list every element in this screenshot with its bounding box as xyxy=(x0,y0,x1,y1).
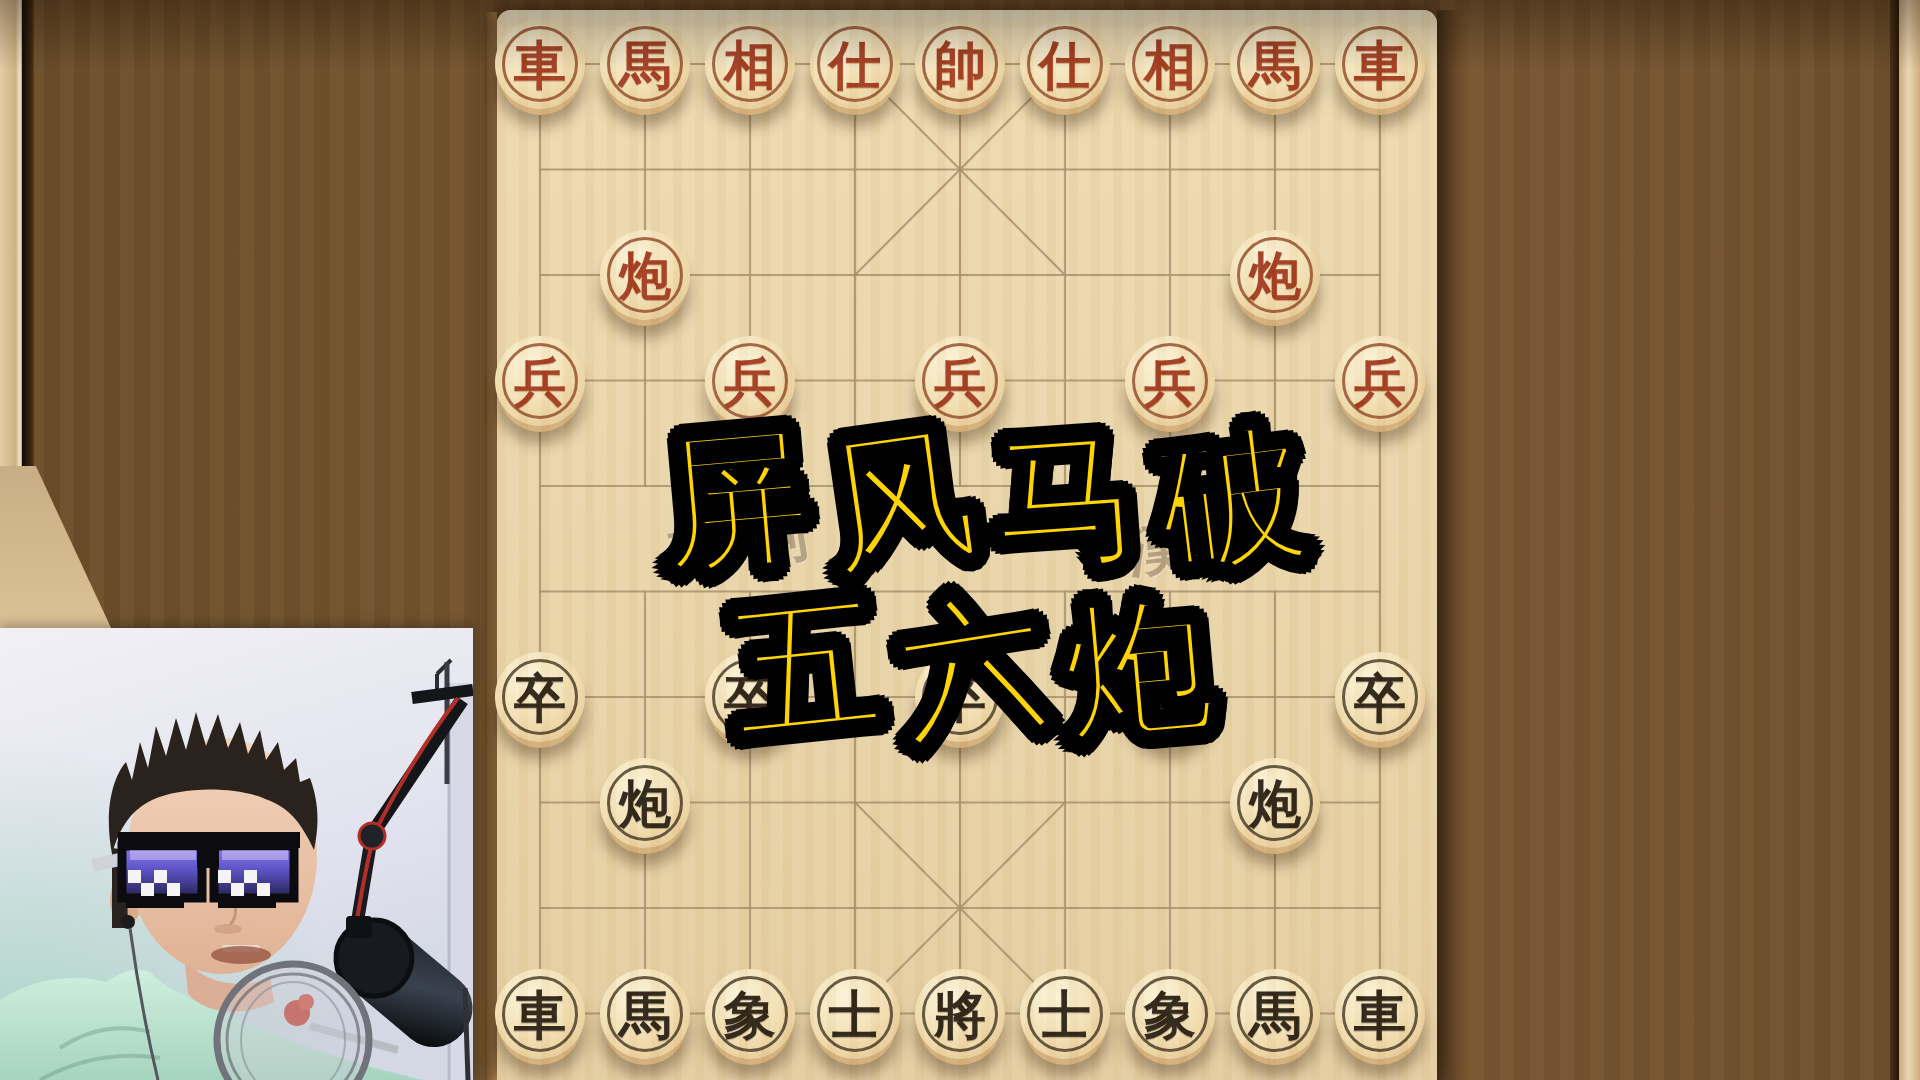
earbud xyxy=(121,915,135,929)
piece-black-f4-r9[interactable]: 將 xyxy=(915,969,1005,1059)
piece-black-f0-r6[interactable]: 卒 xyxy=(495,652,585,742)
piece-red-f7-r0[interactable]: 馬 xyxy=(1230,19,1320,109)
piece-black-f0-r9[interactable]: 車 xyxy=(495,969,585,1059)
piece-glyph: 車 xyxy=(1354,40,1406,92)
piece-black-f1-r7[interactable]: 炮 xyxy=(600,758,690,848)
piece-glyph: 車 xyxy=(514,40,566,92)
piece-glyph: 車 xyxy=(1354,990,1406,1042)
piece-red-f1-r2[interactable]: 炮 xyxy=(600,230,690,320)
piece-glyph: 兵 xyxy=(1354,357,1406,409)
title-line-2: 五六炮 xyxy=(723,570,1221,770)
piece-glyph: 士 xyxy=(1039,990,1091,1042)
piece-glyph: 卒 xyxy=(1354,673,1406,725)
piece-glyph: 象 xyxy=(724,990,776,1042)
piece-glyph: 馬 xyxy=(619,40,671,92)
piece-glyph: 馬 xyxy=(1249,990,1301,1042)
piece-red-f8-r3[interactable]: 兵 xyxy=(1335,336,1425,426)
background-left-furniture xyxy=(0,466,112,630)
glasses-bridge xyxy=(197,846,219,868)
piece-black-f7-r7[interactable]: 炮 xyxy=(1230,758,1320,848)
piece-glyph: 相 xyxy=(724,40,776,92)
piece-black-f8-r6[interactable]: 卒 xyxy=(1335,652,1425,742)
arm-joint xyxy=(359,823,385,849)
piece-glyph: 炮 xyxy=(1249,251,1301,303)
piece-glyph: 將 xyxy=(934,990,986,1042)
piece-black-f8-r9[interactable]: 車 xyxy=(1335,969,1425,1059)
piece-black-f7-r9[interactable]: 馬 xyxy=(1230,969,1320,1059)
piece-red-f4-r0[interactable]: 帥 xyxy=(915,19,1005,109)
piece-black-f1-r9[interactable]: 馬 xyxy=(600,969,690,1059)
piece-glyph: 炮 xyxy=(619,251,671,303)
piece-black-f6-r9[interactable]: 象 xyxy=(1125,969,1215,1059)
piece-red-f3-r0[interactable]: 仕 xyxy=(810,19,900,109)
piece-glyph: 相 xyxy=(1144,40,1196,92)
background-right-seam xyxy=(1890,0,1899,1080)
piece-glyph: 象 xyxy=(1144,990,1196,1042)
piece-red-f7-r2[interactable]: 炮 xyxy=(1230,230,1320,320)
piece-red-f0-r3[interactable]: 兵 xyxy=(495,336,585,426)
piece-red-f1-r0[interactable]: 馬 xyxy=(600,19,690,109)
piece-glyph: 馬 xyxy=(1249,40,1301,92)
title-char: 六 xyxy=(883,560,1060,781)
piece-glyph: 兵 xyxy=(514,357,566,409)
piece-red-f2-r0[interactable]: 相 xyxy=(705,19,795,109)
board-left-edge xyxy=(487,12,497,1080)
piece-black-f2-r9[interactable]: 象 xyxy=(705,969,795,1059)
board-right-edge xyxy=(1437,10,1471,1080)
piece-black-f5-r9[interactable]: 士 xyxy=(1020,969,1110,1059)
pixel-sunglasses xyxy=(91,832,300,908)
piece-glyph: 馬 xyxy=(619,990,671,1042)
piece-glyph: 兵 xyxy=(1144,357,1196,409)
title-char: 炮 xyxy=(1056,564,1221,776)
piece-glyph: 仕 xyxy=(1039,40,1091,92)
piece-glyph: 帥 xyxy=(934,40,986,92)
webcam-overlay xyxy=(0,628,473,1080)
piece-red-f6-r0[interactable]: 相 xyxy=(1125,19,1215,109)
webcam-scene xyxy=(0,628,473,1080)
mouth xyxy=(211,946,271,964)
title-char: 五 xyxy=(722,563,890,777)
piece-glyph: 仕 xyxy=(829,40,881,92)
piece-red-f8-r0[interactable]: 車 xyxy=(1335,19,1425,109)
piece-red-f0-r0[interactable]: 車 xyxy=(495,19,585,109)
piece-glyph: 炮 xyxy=(1249,779,1301,831)
piece-glyph: 炮 xyxy=(619,779,671,831)
video-frame: 楚河 漢界 車馬相仕帥仕相馬車炮炮兵兵兵兵兵卒卒卒卒卒炮炮車馬象士將士象馬車 屏… xyxy=(0,0,1920,1080)
background-right-strip xyxy=(1899,0,1920,1080)
piece-red-f5-r0[interactable]: 仕 xyxy=(1020,19,1110,109)
piece-glyph: 士 xyxy=(829,990,881,1042)
piece-black-f3-r9[interactable]: 士 xyxy=(810,969,900,1059)
piece-glyph: 車 xyxy=(514,990,566,1042)
piece-glyph: 卒 xyxy=(514,673,566,725)
